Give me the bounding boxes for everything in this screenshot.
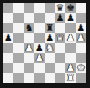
square-g5[interactable]: ♟ [65, 33, 75, 43]
piece-black-rook-e6: ♜ [45, 23, 54, 32]
square-h4[interactable] [76, 43, 86, 53]
piece-black-pawn-h6: ♟ [77, 23, 86, 32]
piece-white-pawn-g5: ♟ [66, 33, 75, 42]
square-c8[interactable] [24, 3, 34, 13]
square-e2[interactable] [45, 63, 55, 73]
piece-black-pawn-e5: ♟ [45, 33, 54, 42]
square-a4[interactable] [3, 43, 13, 53]
square-e1[interactable] [45, 73, 55, 83]
square-d6[interactable] [34, 23, 44, 33]
square-a5[interactable]: ♟ [3, 33, 13, 43]
square-c7[interactable] [24, 13, 34, 23]
square-h8[interactable] [76, 3, 86, 13]
square-f7[interactable]: ♟ [55, 13, 65, 23]
square-c3[interactable] [24, 53, 34, 63]
square-b6[interactable] [13, 23, 23, 33]
square-a8[interactable] [3, 3, 13, 13]
square-d3[interactable]: ♟ [34, 53, 44, 63]
piece-black-pawn-g7: ♟ [66, 13, 75, 22]
piece-white-pawn-c4: ♟ [25, 43, 34, 52]
piece-white-queen-f5: ♛ [56, 33, 65, 42]
square-g4[interactable] [65, 43, 75, 53]
square-b4[interactable] [13, 43, 23, 53]
square-g7[interactable]: ♟ [65, 13, 75, 23]
square-d1[interactable] [34, 73, 44, 83]
square-h2[interactable]: ♚ [76, 63, 86, 73]
square-b3[interactable] [13, 53, 23, 63]
square-g2[interactable]: ♟ [65, 63, 75, 73]
piece-white-pawn-h5: ♟ [77, 33, 86, 42]
square-e4[interactable]: ♞ [45, 43, 55, 53]
piece-black-knight-c6: ♞ [25, 23, 34, 32]
square-f4[interactable] [55, 43, 65, 53]
piece-white-rook-g1: ♜ [66, 73, 75, 82]
square-e3[interactable] [45, 53, 55, 63]
square-c6[interactable]: ♞ [24, 23, 34, 33]
piece-white-king-h2: ♚ [77, 63, 86, 72]
square-h3[interactable] [76, 53, 86, 63]
square-d4[interactable]: ♟ [34, 43, 44, 53]
square-d2[interactable] [34, 63, 44, 73]
square-b8[interactable] [13, 3, 23, 13]
square-e7[interactable] [45, 13, 55, 23]
piece-white-pawn-g2: ♟ [66, 63, 75, 72]
piece-black-pawn-f7: ♟ [56, 13, 65, 22]
square-a6[interactable] [3, 23, 13, 33]
square-d5[interactable] [34, 33, 44, 43]
square-d8[interactable] [34, 3, 44, 13]
square-h6[interactable]: ♟ [76, 23, 86, 33]
square-g1[interactable]: ♜ [65, 73, 75, 83]
square-c5[interactable] [24, 33, 34, 43]
square-e8[interactable] [45, 3, 55, 13]
square-c2[interactable] [24, 63, 34, 73]
square-f2[interactable] [55, 63, 65, 73]
board-frame: ♛♚♟♟♞♜♟♟♟♛♟♟♟♟♞♟♟♚♜ [0, 0, 90, 88]
square-g6[interactable] [65, 23, 75, 33]
piece-white-knight-e4: ♞ [45, 43, 54, 52]
square-e5[interactable]: ♟ [45, 33, 55, 43]
square-f3[interactable] [55, 53, 65, 63]
square-b2[interactable] [13, 63, 23, 73]
square-h7[interactable] [76, 13, 86, 23]
square-a1[interactable] [3, 73, 13, 83]
square-h5[interactable]: ♟ [76, 33, 86, 43]
piece-black-king-g8: ♚ [66, 3, 75, 12]
square-h1[interactable] [76, 73, 86, 83]
piece-black-pawn-d4: ♟ [35, 43, 44, 52]
square-a3[interactable] [3, 53, 13, 63]
piece-white-pawn-d3: ♟ [35, 53, 44, 62]
square-e6[interactable]: ♜ [45, 23, 55, 33]
square-f8[interactable]: ♛ [55, 3, 65, 13]
square-c1[interactable] [24, 73, 34, 83]
square-f5[interactable]: ♛ [55, 33, 65, 43]
chess-board: ♛♚♟♟♞♜♟♟♟♛♟♟♟♟♞♟♟♚♜ [3, 3, 86, 83]
square-a7[interactable] [3, 13, 13, 23]
piece-black-pawn-a5: ♟ [4, 33, 13, 42]
square-c4[interactable]: ♟ [24, 43, 34, 53]
square-f1[interactable] [55, 73, 65, 83]
square-g8[interactable]: ♚ [65, 3, 75, 13]
square-b1[interactable] [13, 73, 23, 83]
square-g3[interactable] [65, 53, 75, 63]
square-b7[interactable] [13, 13, 23, 23]
square-b5[interactable] [13, 33, 23, 43]
square-d7[interactable] [34, 13, 44, 23]
piece-black-queen-f8: ♛ [56, 3, 65, 12]
square-f6[interactable] [55, 23, 65, 33]
square-a2[interactable] [3, 63, 13, 73]
